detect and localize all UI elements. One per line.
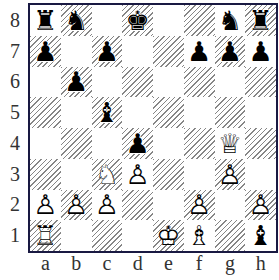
chess-diagram: 87654321 ♜♞♚♞♜♟♟♟♟♟♟♝♟♛♕♞♘♟♙♟♙♟♙♟♙♟♙♟♙♟♙… — [0, 0, 279, 280]
white-king-e1: ♚♔ — [153, 220, 184, 251]
square-c8[interactable] — [92, 5, 123, 36]
square-d2[interactable] — [122, 190, 153, 221]
piece-glyph: ♝ — [95, 99, 119, 126]
square-b6[interactable]: ♟ — [61, 67, 92, 98]
square-a6[interactable] — [30, 67, 61, 98]
square-b4[interactable] — [61, 128, 92, 159]
square-h6[interactable] — [245, 67, 276, 98]
black-pawn-c7: ♟ — [92, 36, 123, 67]
square-b8[interactable]: ♞ — [61, 5, 92, 36]
black-bishop-h1: ♝ — [245, 220, 276, 251]
black-pawn-d4: ♟ — [122, 128, 153, 159]
square-d7[interactable] — [122, 36, 153, 67]
square-c7[interactable]: ♟ — [92, 36, 123, 67]
piece-outline: ♙ — [187, 191, 211, 218]
piece-glyph: ♟ — [64, 68, 88, 95]
piece-fill: ♜ — [33, 222, 57, 249]
piece-outline: ♙ — [249, 191, 273, 218]
piece-glyph: ♟ — [187, 38, 211, 65]
square-a4[interactable] — [30, 128, 61, 159]
square-g7[interactable]: ♟ — [215, 36, 246, 67]
black-king-d8: ♚ — [122, 5, 153, 36]
rank-label: 4 — [0, 128, 24, 159]
piece-outline: ♗ — [187, 222, 211, 249]
square-g5[interactable] — [215, 97, 246, 128]
square-g8[interactable]: ♞ — [215, 5, 246, 36]
file-label: b — [61, 250, 92, 276]
square-d4[interactable]: ♟ — [122, 128, 153, 159]
rank-label: 1 — [0, 220, 24, 251]
rank-label: 5 — [0, 97, 24, 128]
piece-fill: ♛ — [218, 130, 242, 157]
file-label: h — [245, 250, 276, 276]
white-bishop-f1: ♝♗ — [184, 220, 215, 251]
piece-fill: ♟ — [33, 191, 57, 218]
file-label: g — [215, 250, 246, 276]
chess-board: ♜♞♚♞♜♟♟♟♟♟♟♝♟♛♕♞♘♟♙♟♙♟♙♟♙♟♙♟♙♟♙♜♖♚♔♝♗♝ — [28, 3, 278, 253]
white-pawn-a2: ♟♙ — [30, 190, 61, 221]
square-a1[interactable]: ♜♖ — [30, 220, 61, 251]
square-g1[interactable] — [215, 220, 246, 251]
piece-glyph: ♝ — [249, 222, 273, 249]
square-h7[interactable]: ♟ — [245, 36, 276, 67]
square-b3[interactable] — [61, 159, 92, 190]
square-f7[interactable]: ♟ — [184, 36, 215, 67]
piece-outline: ♘ — [95, 161, 119, 188]
rank-labels: 87654321 — [0, 5, 24, 251]
square-g6[interactable] — [215, 67, 246, 98]
square-f5[interactable] — [184, 97, 215, 128]
piece-fill: ♚ — [156, 222, 180, 249]
black-bishop-c5: ♝ — [92, 97, 123, 128]
rank-label: 2 — [0, 190, 24, 221]
piece-outline: ♙ — [126, 161, 150, 188]
piece-glyph: ♟ — [218, 38, 242, 65]
square-c3[interactable]: ♞♘ — [92, 159, 123, 190]
square-e2[interactable] — [153, 190, 184, 221]
rank-label: 3 — [0, 159, 24, 190]
piece-outline: ♙ — [218, 161, 242, 188]
piece-fill: ♝ — [187, 222, 211, 249]
square-e3[interactable] — [153, 159, 184, 190]
square-f8[interactable] — [184, 5, 215, 36]
square-f4[interactable] — [184, 128, 215, 159]
rank-label: 8 — [0, 5, 24, 36]
square-b1[interactable] — [61, 220, 92, 251]
piece-outline: ♙ — [95, 191, 119, 218]
piece-fill: ♟ — [126, 161, 150, 188]
square-b7[interactable] — [61, 36, 92, 67]
file-label: a — [30, 250, 61, 276]
square-a2[interactable]: ♟♙ — [30, 190, 61, 221]
piece-outline: ♙ — [64, 191, 88, 218]
piece-fill: ♟ — [95, 191, 119, 218]
file-label: d — [122, 250, 153, 276]
square-e8[interactable] — [153, 5, 184, 36]
piece-fill: ♟ — [64, 191, 88, 218]
square-e7[interactable] — [153, 36, 184, 67]
square-f2[interactable]: ♟♙ — [184, 190, 215, 221]
file-label: c — [92, 250, 123, 276]
file-labels: abcdefgh — [30, 250, 276, 276]
square-h1[interactable]: ♝ — [245, 220, 276, 251]
file-label: f — [184, 250, 215, 276]
square-f6[interactable] — [184, 67, 215, 98]
piece-glyph: ♜ — [33, 7, 57, 34]
piece-fill: ♞ — [95, 161, 119, 188]
piece-outline: ♖ — [33, 222, 57, 249]
square-h3[interactable] — [245, 159, 276, 190]
piece-glyph: ♞ — [64, 7, 88, 34]
piece-outline: ♙ — [33, 191, 57, 218]
white-pawn-h2: ♟♙ — [245, 190, 276, 221]
square-h4[interactable] — [245, 128, 276, 159]
square-h8[interactable]: ♜ — [245, 5, 276, 36]
black-pawn-f7: ♟ — [184, 36, 215, 67]
square-a3[interactable] — [30, 159, 61, 190]
white-knight-c3: ♞♘ — [92, 159, 123, 190]
square-a5[interactable] — [30, 97, 61, 128]
black-rook-h8: ♜ — [245, 5, 276, 36]
square-d8[interactable]: ♚ — [122, 5, 153, 36]
square-a7[interactable]: ♟ — [30, 36, 61, 67]
square-b5[interactable] — [61, 97, 92, 128]
square-e4[interactable] — [153, 128, 184, 159]
black-knight-g8: ♞ — [215, 5, 246, 36]
square-e5[interactable] — [153, 97, 184, 128]
piece-glyph: ♟ — [249, 38, 273, 65]
rank-label: 6 — [0, 67, 24, 98]
square-f3[interactable] — [184, 159, 215, 190]
square-c4[interactable] — [92, 128, 123, 159]
square-c1[interactable] — [92, 220, 123, 251]
square-a8[interactable]: ♜ — [30, 5, 61, 36]
piece-outline: ♔ — [156, 222, 180, 249]
square-e1[interactable]: ♚♔ — [153, 220, 184, 251]
piece-glyph: ♚ — [126, 7, 150, 34]
square-g3[interactable]: ♟♙ — [215, 159, 246, 190]
square-e6[interactable] — [153, 67, 184, 98]
black-pawn-g7: ♟ — [215, 36, 246, 67]
rank-label: 7 — [0, 36, 24, 67]
black-knight-b8: ♞ — [61, 5, 92, 36]
white-queen-g4: ♛♕ — [215, 128, 246, 159]
square-c5[interactable]: ♝ — [92, 97, 123, 128]
piece-glyph: ♞ — [218, 7, 242, 34]
square-c6[interactable] — [92, 67, 123, 98]
square-g4[interactable]: ♛♕ — [215, 128, 246, 159]
square-b2[interactable]: ♟♙ — [61, 190, 92, 221]
black-pawn-a7: ♟ — [30, 36, 61, 67]
white-pawn-g3: ♟♙ — [215, 159, 246, 190]
square-d3[interactable]: ♟♙ — [122, 159, 153, 190]
black-rook-a8: ♜ — [30, 5, 61, 36]
square-c2[interactable]: ♟♙ — [92, 190, 123, 221]
black-pawn-b6: ♟ — [61, 67, 92, 98]
square-d1[interactable] — [122, 220, 153, 251]
white-pawn-f2: ♟♙ — [184, 190, 215, 221]
square-d6[interactable] — [122, 67, 153, 98]
square-h5[interactable] — [245, 97, 276, 128]
file-label: e — [153, 250, 184, 276]
square-f1[interactable]: ♝♗ — [184, 220, 215, 251]
piece-fill: ♟ — [218, 161, 242, 188]
white-pawn-d3: ♟♙ — [122, 159, 153, 190]
piece-fill: ♟ — [249, 191, 273, 218]
piece-glyph: ♜ — [249, 7, 273, 34]
piece-glyph: ♟ — [33, 38, 57, 65]
piece-fill: ♟ — [187, 191, 211, 218]
square-g2[interactable] — [215, 190, 246, 221]
square-h2[interactable]: ♟♙ — [245, 190, 276, 221]
piece-glyph: ♟ — [126, 130, 150, 157]
square-d5[interactable] — [122, 97, 153, 128]
piece-outline: ♕ — [218, 130, 242, 157]
black-pawn-h7: ♟ — [245, 36, 276, 67]
piece-glyph: ♟ — [95, 38, 119, 65]
white-pawn-b2: ♟♙ — [61, 190, 92, 221]
white-pawn-c2: ♟♙ — [92, 190, 123, 221]
white-rook-a1: ♜♖ — [30, 220, 61, 251]
